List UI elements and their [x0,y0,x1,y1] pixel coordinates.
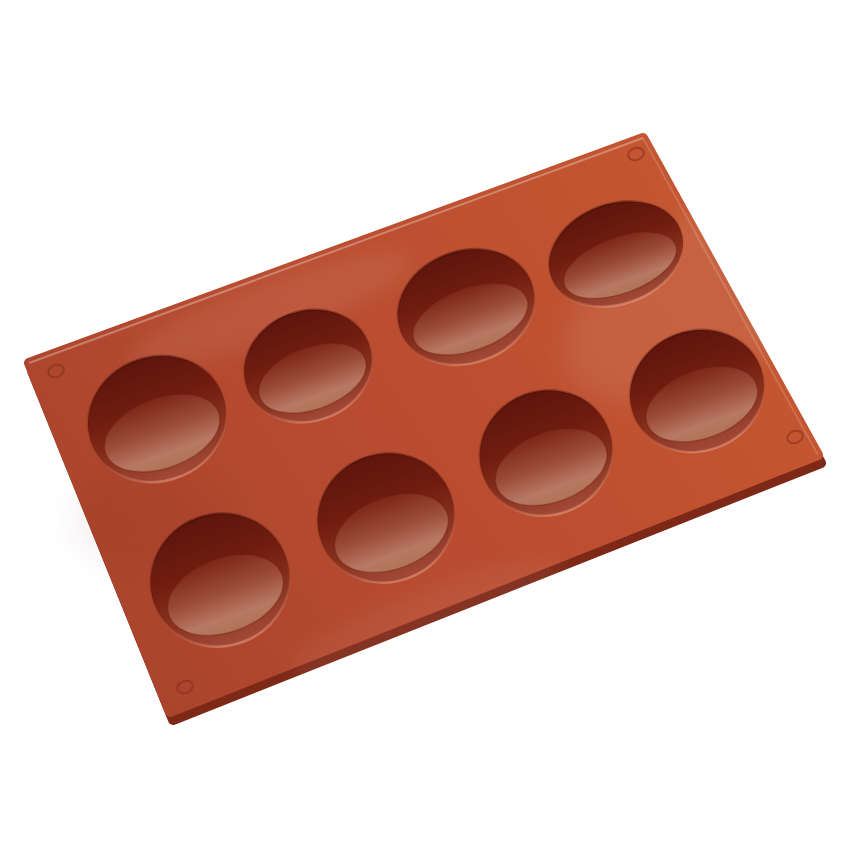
photo-stage [0,0,850,850]
product-photo [0,0,850,850]
